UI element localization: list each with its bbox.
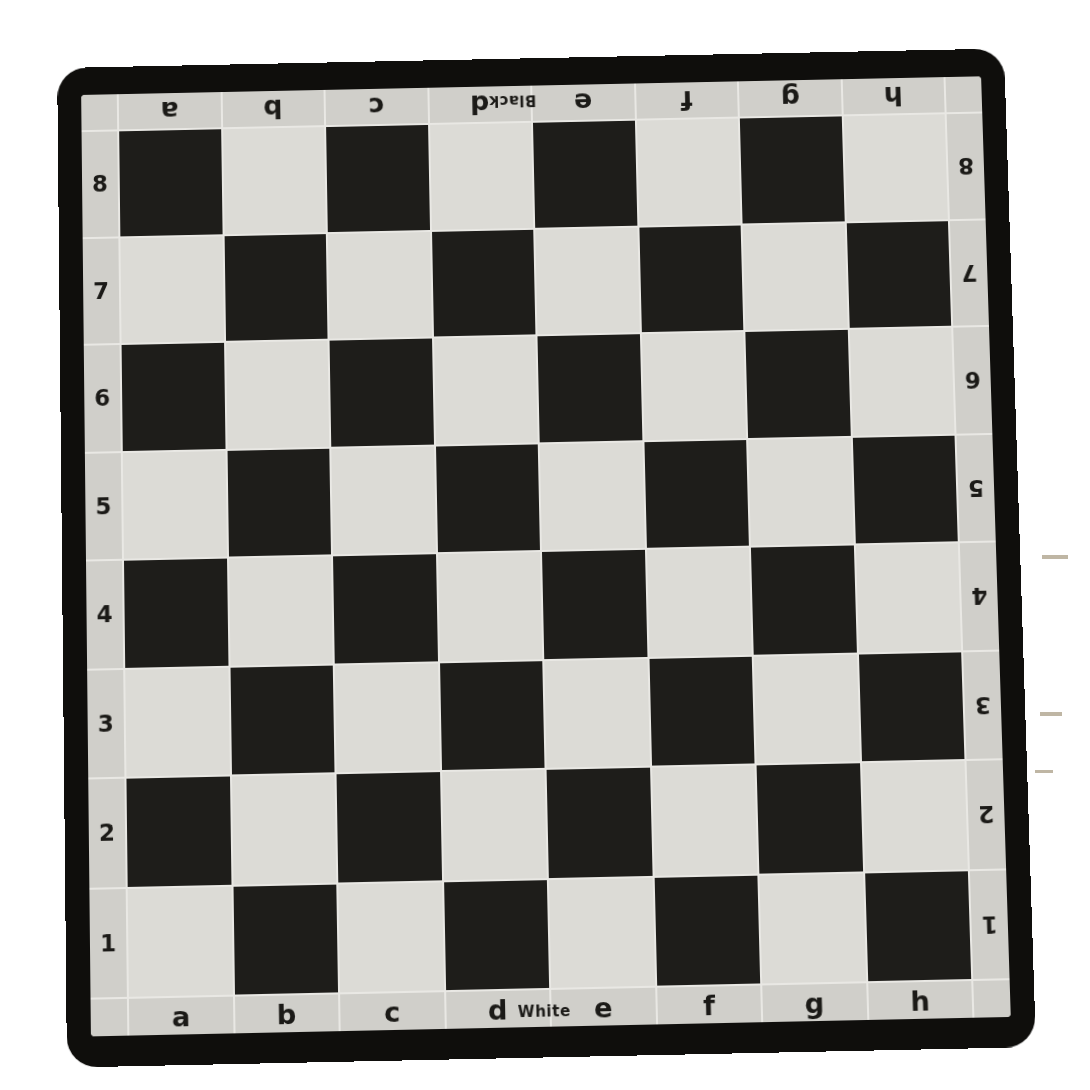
frame-cell-rank-3: 3 [963,651,1002,759]
frame-cell-file-h: h [842,77,944,114]
square-a4[interactable] [124,559,228,668]
file-label-bottom-h: h [910,984,930,1016]
square-a3[interactable] [125,667,229,776]
file-label-bottom-c: c [384,996,401,1028]
square-e8[interactable] [533,121,637,228]
square-a6[interactable] [122,343,225,451]
square-b5[interactable] [227,448,331,556]
photo-speck [1042,555,1068,559]
file-label-top-f: f [680,85,692,116]
rank-label-right-3: 3 [974,692,991,718]
white-side-label: White [518,1002,571,1021]
frame-cell-rank-7: 7 [83,238,120,344]
square-h6[interactable] [849,328,954,436]
square-b6[interactable] [226,341,330,449]
frame-cell-file-g: g [739,79,841,116]
rank-label-left-5: 5 [95,493,111,519]
rank-label-left-3: 3 [98,710,114,737]
square-f5[interactable] [644,440,749,548]
square-g8[interactable] [740,116,844,223]
square-d1[interactable] [444,880,550,990]
square-f3[interactable] [649,656,754,765]
square-f2[interactable] [652,765,758,875]
rank-label-left-7: 7 [93,278,109,304]
square-b7[interactable] [224,234,327,341]
square-c7[interactable] [328,231,432,338]
file-label-bottom-d: d [488,993,508,1025]
square-d6[interactable] [434,336,538,444]
square-g6[interactable] [745,330,850,438]
frame-cell-file-e: e [532,84,634,121]
square-a1[interactable] [128,886,233,997]
square-h1[interactable] [865,871,972,981]
photo-speck [1040,712,1062,716]
square-c4[interactable] [333,554,437,663]
rank-label-left-8: 8 [92,171,108,197]
frame-cell-rank-3: 3 [87,669,124,777]
square-e5[interactable] [540,442,645,550]
square-g1[interactable] [759,873,865,983]
frame-cell-rank-4: 4 [86,561,123,668]
square-b3[interactable] [230,665,334,774]
square-d7[interactable] [432,229,536,336]
square-d3[interactable] [440,661,545,770]
square-h5[interactable] [852,435,957,543]
frame-cell-rank-8: 8 [947,113,986,218]
square-e7[interactable] [535,227,639,334]
frame-cell-rank-4: 4 [960,542,999,649]
file-label-bottom-b: b [277,998,297,1030]
frame-cell-file-f: f [636,81,738,118]
frame-cell-rank-2: 2 [967,760,1007,868]
frame-corner [91,999,128,1037]
square-h7[interactable] [846,221,951,328]
square-f6[interactable] [641,332,746,440]
rank-label-right-8: 8 [958,153,975,179]
black-side-label: Black [489,91,537,110]
square-h4[interactable] [855,543,961,652]
photo-speck [1035,770,1053,773]
frame-cell-rank-5: 5 [85,453,122,560]
frame-cell-file-a: a [129,997,233,1036]
square-c3[interactable] [335,663,440,772]
square-g2[interactable] [757,763,863,873]
square-f8[interactable] [636,119,740,226]
frame-cell-file-g: g [762,983,867,1022]
square-f7[interactable] [639,225,743,332]
square-a8[interactable] [119,129,222,236]
square-h8[interactable] [843,114,948,221]
frame-corner [946,76,983,112]
file-label-top-e: e [574,87,593,118]
square-d4[interactable] [438,552,543,661]
rank-label-right-1: 1 [981,911,998,938]
square-c1[interactable] [338,882,443,992]
square-g3[interactable] [754,654,860,763]
square-a7[interactable] [120,236,223,343]
frame-cell-file-b: b [222,90,324,127]
square-b2[interactable] [232,774,337,884]
chessboard: abcdefgh8877665544332211abcdefgh Black W… [57,48,1036,1067]
rank-label-right-5: 5 [968,475,985,501]
file-label-top-h: h [883,80,903,111]
frame-cell-rank-1: 1 [89,889,126,998]
square-a5[interactable] [123,450,227,558]
square-b8[interactable] [223,127,326,234]
square-e1[interactable] [549,877,655,987]
square-e4[interactable] [542,550,647,659]
file-label-bottom-a: a [172,1000,191,1032]
file-label-top-c: c [368,91,384,122]
rank-label-right-2: 2 [978,801,995,828]
frame-cell-file-b: b [235,994,339,1033]
frame-corner [81,94,117,130]
frame-cell-rank-7: 7 [950,220,989,326]
square-e6[interactable] [537,334,641,442]
square-g4[interactable] [751,545,856,654]
file-label-bottom-e: e [594,991,613,1023]
square-c5[interactable] [331,446,435,554]
square-h2[interactable] [862,761,968,871]
rank-label-right-7: 7 [961,260,978,286]
board-frame: abcdefgh8877665544332211abcdefgh [81,76,1011,1036]
rank-label-left-4: 4 [96,601,112,627]
square-d2[interactable] [442,770,547,880]
frame-cell-rank-6: 6 [953,327,992,433]
square-f4[interactable] [646,548,751,657]
square-g5[interactable] [748,437,853,545]
rank-label-left-2: 2 [99,820,115,847]
frame-cell-rank-6: 6 [84,345,121,451]
rank-label-right-6: 6 [964,367,981,393]
frame-cell-file-a: a [119,92,221,129]
square-g7[interactable] [743,223,848,330]
frame-cell-rank-2: 2 [88,779,125,888]
square-b1[interactable] [233,884,338,994]
frame-cell-file-c: c [340,992,444,1031]
file-label-top-a: a [160,95,178,126]
file-label-top-d: d [470,89,490,120]
file-label-bottom-g: g [804,987,824,1019]
frame-cell-file-h: h [868,981,973,1020]
square-f1[interactable] [654,875,760,985]
square-h3[interactable] [858,652,964,761]
square-c8[interactable] [326,125,429,232]
frame-corner [973,980,1011,1017]
square-e3[interactable] [544,658,649,767]
frame-cell-file-f: f [657,986,761,1025]
square-c6[interactable] [330,339,434,447]
photo-background: abcdefgh8877665544332211abcdefgh Black W… [0,0,1090,1090]
file-label-top-b: b [263,93,283,124]
square-c2[interactable] [337,772,442,882]
rank-label-left-1: 1 [100,930,116,957]
square-e2[interactable] [547,768,653,878]
frame-cell-rank-1: 1 [970,870,1010,979]
square-d5[interactable] [436,444,540,552]
square-d8[interactable] [430,123,534,230]
rank-label-left-6: 6 [94,385,110,411]
frame-cell-rank-8: 8 [82,131,119,236]
frame-cell-file-c: c [326,88,428,125]
square-b4[interactable] [229,556,333,665]
file-label-top-g: g [780,83,800,114]
rank-label-right-4: 4 [971,583,988,609]
frame-cell-rank-5: 5 [957,434,996,541]
file-label-bottom-f: f [703,989,716,1021]
square-a2[interactable] [126,777,231,887]
